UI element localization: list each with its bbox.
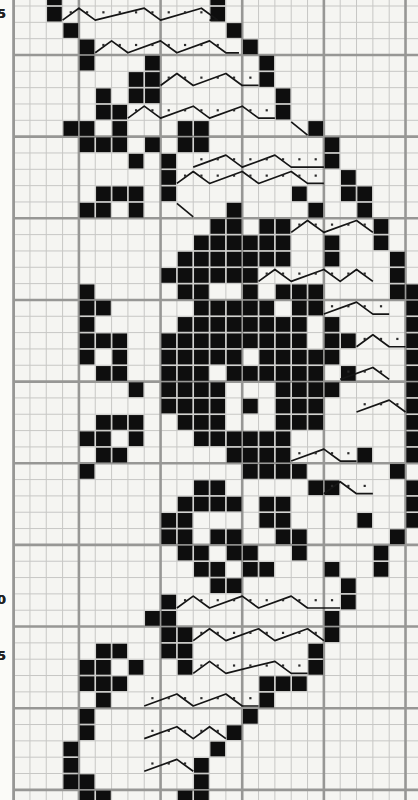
guide-dot: [380, 305, 382, 307]
guide-dot: [233, 77, 235, 79]
guide-dot: [249, 697, 251, 699]
filled-cell: [210, 0, 225, 5]
filled-cell: [390, 284, 405, 299]
guide-dot: [347, 485, 349, 487]
filled-cell: [210, 301, 225, 316]
filled-cell: [194, 480, 209, 495]
filled-cell: [227, 350, 242, 365]
filled-cell: [63, 758, 78, 773]
filled-cell: [259, 317, 274, 332]
filled-cell: [210, 529, 225, 544]
filled-cell: [96, 431, 111, 446]
guide-dot: [315, 599, 317, 601]
guide-dot: [184, 697, 186, 699]
filled-cell: [194, 497, 209, 512]
filled-cell: [259, 252, 274, 267]
filled-cell: [276, 415, 291, 430]
guide-dot: [200, 632, 202, 634]
filled-cell: [259, 448, 274, 463]
filled-cell: [178, 121, 193, 136]
guide-dot: [396, 338, 398, 340]
filled-cell: [112, 448, 127, 463]
filled-cell: [259, 235, 274, 250]
filled-cell: [96, 203, 111, 218]
guide-dot: [364, 485, 366, 487]
filled-cell: [390, 268, 405, 283]
guide-dot: [266, 175, 268, 177]
filled-cell: [227, 431, 242, 446]
filled-cell: [341, 170, 356, 185]
filled-cell: [308, 399, 323, 414]
guide-dot: [331, 485, 333, 487]
filled-cell: [194, 791, 209, 800]
filled-cell: [129, 72, 144, 87]
filled-cell: [325, 252, 340, 267]
filled-cell: [325, 562, 340, 577]
filled-cell: [178, 317, 193, 332]
filled-cell: [145, 137, 160, 152]
filled-cell: [227, 301, 242, 316]
filled-cell: [96, 693, 111, 708]
filled-cell: [292, 415, 307, 430]
guide-dot: [315, 452, 317, 454]
filled-cell: [341, 578, 356, 593]
filled-cell: [308, 350, 323, 365]
filled-cell: [341, 186, 356, 201]
guide-dot: [380, 338, 382, 340]
filled-cell: [259, 431, 274, 446]
guide-dot: [266, 273, 268, 275]
guide-dot: [364, 305, 366, 307]
filled-cell: [145, 88, 160, 103]
filled-cell: [259, 464, 274, 479]
guide-dot: [184, 11, 186, 13]
filled-cell: [210, 317, 225, 332]
filled-cell: [210, 235, 225, 250]
filled-cell: [243, 39, 258, 54]
filled-cell: [406, 399, 418, 414]
guide-dot: [217, 109, 219, 111]
guide-dot: [282, 273, 284, 275]
filled-cell: [178, 660, 193, 675]
filled-cell: [227, 366, 242, 381]
filled-cell: [374, 235, 389, 250]
filled-cell: [161, 513, 176, 528]
filled-cell: [80, 121, 95, 136]
filled-cell: [243, 268, 258, 283]
filled-cell: [178, 546, 193, 561]
filled-cell: [178, 399, 193, 414]
guide-dot: [364, 338, 366, 340]
filled-cell: [194, 399, 209, 414]
guide-dot: [184, 109, 186, 111]
filled-cell: [227, 725, 242, 740]
guide-dot: [266, 664, 268, 666]
guide-dot: [168, 44, 170, 46]
guide-dot: [249, 599, 251, 601]
filled-cell: [406, 382, 418, 397]
filled-cell: [308, 301, 323, 316]
filled-cell: [178, 333, 193, 348]
filled-cell: [112, 676, 127, 691]
guide-dot: [200, 664, 202, 666]
guide-dot: [249, 77, 251, 79]
filled-cell: [292, 350, 307, 365]
filled-cell: [96, 448, 111, 463]
filled-cell: [194, 268, 209, 283]
filled-cell: [129, 431, 144, 446]
guide-dot: [298, 599, 300, 601]
filled-cell: [96, 676, 111, 691]
filled-cell: [357, 448, 372, 463]
filled-cell: [276, 497, 291, 512]
filled-cell: [129, 154, 144, 169]
guide-dot: [282, 664, 284, 666]
filled-cell: [243, 562, 258, 577]
filled-cell: [406, 431, 418, 446]
filled-cell: [194, 333, 209, 348]
filled-cell: [194, 235, 209, 250]
filled-cell: [292, 186, 307, 201]
guide-dot: [331, 305, 333, 307]
filled-cell: [210, 742, 225, 757]
filled-cell: [178, 415, 193, 430]
guide-dot: [135, 44, 137, 46]
guide-dot: [217, 175, 219, 177]
guide-dot: [380, 403, 382, 405]
guide-dot: [315, 158, 317, 160]
filled-cell: [227, 252, 242, 267]
filled-cell: [80, 39, 95, 54]
filled-cell: [325, 350, 340, 365]
filled-cell: [406, 497, 418, 512]
filled-cell: [129, 186, 144, 201]
guide-dot: [347, 305, 349, 307]
guide-dot: [151, 11, 153, 13]
filled-cell: [194, 382, 209, 397]
guide-dot: [233, 175, 235, 177]
filled-cell: [161, 268, 176, 283]
filled-cell: [243, 366, 258, 381]
guide-dot: [184, 599, 186, 601]
filled-cell: [390, 252, 405, 267]
filled-cell: [129, 203, 144, 218]
filled-cell: [276, 105, 291, 120]
guide-dot: [102, 44, 104, 46]
filled-cell: [80, 660, 95, 675]
filled-cell: [227, 333, 242, 348]
filled-cell: [178, 529, 193, 544]
guide-dot: [168, 109, 170, 111]
filled-cell: [406, 366, 418, 381]
filled-cell: [243, 448, 258, 463]
filled-cell: [96, 791, 111, 800]
filled-cell: [243, 317, 258, 332]
filled-cell: [210, 431, 225, 446]
filled-cell: [308, 382, 323, 397]
guide-dot: [200, 730, 202, 732]
filled-cell: [47, 7, 62, 22]
guide-dot: [168, 697, 170, 699]
guide-dot: [364, 273, 366, 275]
filled-cell: [227, 317, 242, 332]
guide-dot: [298, 158, 300, 160]
filled-cell: [276, 676, 291, 691]
filled-cell: [178, 366, 193, 381]
filled-cell: [308, 660, 323, 675]
guide-dot: [298, 452, 300, 454]
guide-dot: [217, 730, 219, 732]
filled-cell: [259, 513, 274, 528]
guide-dot: [364, 403, 366, 405]
filled-cell: [390, 464, 405, 479]
filled-cell: [390, 529, 405, 544]
filled-cell: [129, 660, 144, 675]
filled-cell: [227, 235, 242, 250]
guide-dot: [347, 452, 349, 454]
filled-cell: [96, 301, 111, 316]
guide-dot: [119, 11, 121, 13]
filled-cell: [161, 382, 176, 397]
guide-dot: [249, 632, 251, 634]
guide-dot: [70, 11, 72, 13]
filled-cell: [80, 774, 95, 789]
guide-dot: [200, 697, 202, 699]
filled-cell: [259, 301, 274, 316]
filled-cell: [129, 415, 144, 430]
filled-cell: [259, 676, 274, 691]
filled-cell: [129, 88, 144, 103]
guide-dot: [282, 158, 284, 160]
filled-cell: [112, 333, 127, 348]
filled-cell: [178, 137, 193, 152]
filled-cell: [292, 546, 307, 561]
filled-cell: [161, 529, 176, 544]
filled-cell: [194, 366, 209, 381]
guide-dot: [217, 599, 219, 601]
filled-cell: [178, 252, 193, 267]
filled-cell: [276, 88, 291, 103]
filled-cell: [325, 611, 340, 626]
filled-cell: [227, 546, 242, 561]
filled-cell: [308, 415, 323, 430]
filled-cell: [292, 333, 307, 348]
row-number-label: 5: [0, 648, 11, 663]
filled-cell: [308, 203, 323, 218]
filled-cell: [80, 56, 95, 71]
filled-cell: [112, 415, 127, 430]
filled-cell: [292, 399, 307, 414]
filled-cell: [276, 399, 291, 414]
filled-cell: [63, 774, 78, 789]
filled-cell: [96, 333, 111, 348]
filled-cell: [276, 431, 291, 446]
filled-cell: [63, 742, 78, 757]
filled-cell: [227, 529, 242, 544]
filled-cell: [308, 644, 323, 659]
filled-cell: [325, 627, 340, 642]
guide-dot: [168, 11, 170, 13]
filled-cell: [357, 203, 372, 218]
filled-cell: [194, 137, 209, 152]
filled-cell: [276, 513, 291, 528]
guide-dot: [168, 730, 170, 732]
guide-dot: [266, 599, 268, 601]
guide-dot: [249, 109, 251, 111]
filled-cell: [227, 268, 242, 283]
filled-cell: [194, 562, 209, 577]
guide-dot: [315, 224, 317, 226]
guide-dot: [200, 44, 202, 46]
filled-cell: [374, 219, 389, 234]
filled-cell: [292, 366, 307, 381]
guide-dot: [151, 697, 153, 699]
guide-dot: [168, 77, 170, 79]
filled-cell: [406, 480, 418, 495]
pattern-chart: 505: [0, 0, 418, 800]
guide-dot: [266, 632, 268, 634]
filled-cell: [112, 137, 127, 152]
guide-dot: [298, 175, 300, 177]
filled-cell: [292, 382, 307, 397]
filled-cell: [210, 480, 225, 495]
filled-cell: [374, 562, 389, 577]
filled-cell: [292, 301, 307, 316]
guide-dot: [86, 11, 88, 13]
filled-cell: [227, 203, 242, 218]
filled-cell: [276, 529, 291, 544]
guide-dot: [102, 11, 104, 13]
filled-cell: [161, 366, 176, 381]
guide-dot: [233, 632, 235, 634]
filled-cell: [357, 186, 372, 201]
filled-cell: [243, 252, 258, 267]
filled-cell: [406, 350, 418, 365]
chart-grid: [0, 0, 418, 800]
filled-cell: [178, 497, 193, 512]
row-number-label: 0: [0, 592, 11, 607]
filled-cell: [178, 644, 193, 659]
guide-dot: [347, 224, 349, 226]
filled-cell: [80, 137, 95, 152]
guide-dot: [151, 730, 153, 732]
filled-cell: [96, 105, 111, 120]
guide-dot: [331, 599, 333, 601]
filled-cell: [308, 480, 323, 495]
filled-cell: [292, 529, 307, 544]
filled-cell: [178, 350, 193, 365]
guide-dot: [151, 109, 153, 111]
filled-cell: [259, 72, 274, 87]
guide-dot: [315, 632, 317, 634]
filled-cell: [210, 252, 225, 267]
filled-cell: [96, 660, 111, 675]
filled-cell: [112, 121, 127, 136]
filled-cell: [341, 595, 356, 610]
filled-cell: [63, 121, 78, 136]
filled-cell: [276, 464, 291, 479]
filled-cell: [406, 513, 418, 528]
filled-cell: [80, 350, 95, 365]
filled-cell: [161, 399, 176, 414]
filled-cell: [276, 333, 291, 348]
filled-cell: [161, 154, 176, 169]
filled-cell: [243, 546, 258, 561]
filled-cell: [161, 350, 176, 365]
filled-cell: [80, 725, 95, 740]
filled-cell: [178, 791, 193, 800]
filled-cell: [292, 464, 307, 479]
guide-dot: [184, 762, 186, 764]
filled-cell: [178, 627, 193, 642]
filled-cell: [292, 284, 307, 299]
filled-cell: [194, 317, 209, 332]
filled-cell: [259, 366, 274, 381]
filled-cell: [243, 235, 258, 250]
filled-cell: [112, 186, 127, 201]
filled-cell: [80, 284, 95, 299]
guide-dot: [184, 175, 186, 177]
filled-cell: [112, 366, 127, 381]
guide-dot: [168, 762, 170, 764]
filled-cell: [357, 513, 372, 528]
filled-cell: [178, 382, 193, 397]
filled-cell: [178, 513, 193, 528]
filled-cell: [145, 611, 160, 626]
guide-dot: [282, 599, 284, 601]
filled-cell: [178, 268, 193, 283]
guide-dot: [282, 175, 284, 177]
guide-dot: [266, 158, 268, 160]
filled-cell: [210, 578, 225, 593]
guide-dot: [200, 77, 202, 79]
guide-dot: [347, 273, 349, 275]
guide-dot: [184, 44, 186, 46]
filled-cell: [406, 448, 418, 463]
filled-cell: [161, 595, 176, 610]
guide-dot: [233, 664, 235, 666]
guide-dot: [282, 632, 284, 634]
guide-dot: [233, 158, 235, 160]
guide-dot: [233, 599, 235, 601]
guide-dot: [364, 370, 366, 372]
filled-cell: [194, 774, 209, 789]
filled-cell: [194, 431, 209, 446]
guide-dot: [315, 175, 317, 177]
filled-cell: [259, 562, 274, 577]
filled-cell: [243, 333, 258, 348]
filled-cell: [259, 333, 274, 348]
filled-cell: [243, 464, 258, 479]
filled-cell: [210, 497, 225, 512]
filled-cell: [276, 252, 291, 267]
filled-cell: [112, 350, 127, 365]
filled-cell: [325, 235, 340, 250]
filled-cell: [259, 693, 274, 708]
filled-cell: [243, 431, 258, 446]
guide-dot: [347, 370, 349, 372]
filled-cell: [161, 644, 176, 659]
filled-cell: [80, 464, 95, 479]
guide-dot: [315, 273, 317, 275]
filled-cell: [406, 284, 418, 299]
filled-cell: [276, 448, 291, 463]
filled-cell: [47, 0, 62, 5]
filled-cell: [210, 219, 225, 234]
guide-dot: [119, 44, 121, 46]
filled-cell: [161, 170, 176, 185]
filled-cell: [145, 56, 160, 71]
